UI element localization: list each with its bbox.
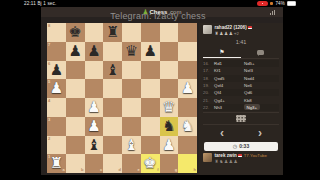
file-label-b: b: [81, 168, 83, 172]
black-rook-d8[interactable]: ♜: [103, 23, 122, 42]
square-g1[interactable]: g: [160, 154, 179, 173]
square-a2[interactable]: 2: [47, 136, 66, 155]
move-number: 18.: [203, 76, 214, 81]
move-nav-row: ‹ ›: [203, 125, 279, 140]
square-h4[interactable]: [178, 98, 197, 117]
square-d7[interactable]: [103, 42, 122, 61]
square-g6[interactable]: [160, 61, 179, 80]
top-player-row: rahad22 (1206) ♜ ♟ ♟ ♟+2: [203, 25, 279, 36]
square-e6[interactable]: [122, 61, 141, 80]
white-king-f1[interactable]: ♚: [141, 154, 160, 173]
square-h8[interactable]: [178, 23, 197, 42]
chess-app-window: ♟ Chess.com 8♚♜7♟♟♛♟6♟♝5♟♟4♟♛3♟♞♞2♝♝♟1a♜…: [41, 7, 283, 175]
white-pawn-h5[interactable]: ♟: [178, 79, 197, 98]
square-g8[interactable]: [160, 23, 179, 42]
status-time: 22:11 Bj 1 sec.: [24, 1, 56, 6]
square-a6[interactable]: 6♟: [47, 61, 66, 80]
square-f1[interactable]: f♚: [141, 154, 160, 173]
clock-icon: ◷: [233, 143, 237, 149]
white-bishop-e2[interactable]: ♝: [122, 136, 141, 155]
black-move[interactable]: Qd6: [244, 90, 274, 95]
tab-moves[interactable]: ⚑: [203, 47, 241, 58]
square-h5[interactable]: ♟: [178, 79, 197, 98]
black-bishop-c2[interactable]: ♝: [85, 136, 104, 155]
square-d3[interactable]: [103, 117, 122, 136]
black-queen-e7[interactable]: ♛: [122, 42, 141, 61]
chess-board[interactable]: 8♚♜7♟♟♛♟6♟♝5♟♟4♟♛3♟♞♞2♝♝♟1a♜bcdef♚gh: [47, 23, 197, 173]
square-f2[interactable]: [141, 136, 160, 155]
white-move[interactable]: Rd1: [214, 61, 244, 66]
rank-label-3: 3: [48, 118, 50, 122]
battery-icon: [287, 1, 296, 6]
move-number: 21.: [203, 98, 214, 103]
rank-label-2: 2: [48, 137, 50, 141]
square-c1[interactable]: c: [85, 154, 104, 173]
bottom-player-suffix: T7.YouTube: [244, 153, 267, 158]
white-move[interactable]: Qf4: [214, 90, 244, 95]
grid-keyboard-icon[interactable]: [236, 115, 246, 122]
square-a1[interactable]: 1a♜: [47, 154, 66, 173]
square-c7[interactable]: ♟: [85, 42, 104, 61]
white-pawn-c3[interactable]: ♟: [85, 117, 104, 136]
bottom-player-flag-icon: [238, 154, 242, 157]
file-label-d: d: [119, 168, 121, 172]
square-b5[interactable]: [66, 79, 85, 98]
next-move-button[interactable]: ›: [241, 127, 279, 139]
black-bishop-d6[interactable]: ♝: [103, 61, 122, 80]
move-number: 20.: [203, 90, 214, 95]
move-number: 19.: [203, 83, 214, 88]
bottom-player-clock: ◷ 0:33: [204, 142, 278, 151]
white-queen-g4[interactable]: ♛: [160, 98, 179, 117]
square-c6[interactable]: [85, 61, 104, 80]
square-a7[interactable]: 7: [47, 42, 66, 61]
chat-bubble-icon: [257, 50, 264, 55]
file-label-g: g: [175, 168, 177, 172]
square-f8[interactable]: [141, 23, 160, 42]
move-row[interactable]: 21.Qg4+Kb8: [203, 96, 279, 103]
top-player-clock: 1:41: [203, 36, 279, 47]
move-row[interactable]: 19.Qxf4Ne6: [203, 82, 279, 89]
bottom-player-name-row: tarek zwin T7.YouTube: [215, 153, 267, 158]
black-move[interactable]: Nxf3: [244, 68, 274, 73]
square-d1[interactable]: d: [103, 154, 122, 173]
move-row[interactable]: 22.Nh3Ng3+: [203, 104, 279, 111]
square-c4[interactable]: ♟: [85, 98, 104, 117]
black-move[interactable]: Nxd4: [244, 76, 274, 81]
square-b7[interactable]: ♟: [66, 42, 85, 61]
square-h1[interactable]: h: [178, 154, 197, 173]
square-c2[interactable]: ♝: [85, 136, 104, 155]
moves-flag-icon: ⚑: [219, 49, 224, 55]
square-h2[interactable]: [178, 136, 197, 155]
status-bar: 22:11 Bj 1 sec. 74%: [0, 0, 320, 7]
top-player-avatar: [203, 25, 212, 34]
file-label-e: e: [138, 168, 140, 172]
black-king-b8[interactable]: ♚: [66, 23, 85, 42]
black-move[interactable]: Ne6: [244, 83, 274, 88]
black-move[interactable]: Kb8: [244, 98, 274, 103]
move-row[interactable]: 18.Qxd5Nxd4: [203, 75, 279, 82]
hotspot-icon: [270, 2, 274, 6]
top-player-name: rahad22 (1206): [215, 25, 247, 30]
white-move[interactable]: Qxf4: [214, 83, 244, 88]
panel-tabs: ⚑: [203, 47, 279, 59]
square-e7[interactable]: ♛: [122, 42, 141, 61]
square-b8[interactable]: ♚: [66, 23, 85, 42]
white-pawn-a5[interactable]: ♟: [47, 79, 66, 98]
square-c5[interactable]: [85, 79, 104, 98]
square-h3[interactable]: ♞: [178, 117, 197, 136]
square-e4[interactable]: [122, 98, 141, 117]
square-d2[interactable]: [103, 136, 122, 155]
square-b1[interactable]: b: [66, 154, 85, 173]
move-row[interactable]: 16.Rd1Nd5+: [203, 60, 279, 67]
white-pawn-c4[interactable]: ♟: [85, 98, 104, 117]
right-panel: rahad22 (1206) ♜ ♟ ♟ ♟+2 1:41 ⚑ 16.Rd1Nd…: [199, 23, 283, 175]
square-a8[interactable]: 8: [47, 23, 66, 42]
square-d6[interactable]: ♝: [103, 61, 122, 80]
bottom-player-name: tarek zwin: [215, 153, 237, 158]
square-d8[interactable]: ♜: [103, 23, 122, 42]
watermark: Telegram: izacty chess: [58, 11, 258, 21]
square-b4[interactable]: [66, 98, 85, 117]
white-pawn-g2[interactable]: ♟: [160, 136, 179, 155]
status-icons: 74%: [257, 1, 296, 6]
square-g7[interactable]: [160, 42, 179, 61]
square-a3[interactable]: 3: [47, 117, 66, 136]
white-move[interactable]: Qxd5: [214, 76, 244, 81]
file-label-c: c: [100, 168, 102, 172]
move-number: 17.: [203, 68, 214, 73]
white-rook-a1[interactable]: ♜: [47, 154, 66, 173]
square-a4[interactable]: 4: [47, 98, 66, 117]
black-move[interactable]: Nd5+: [244, 61, 274, 66]
board-options-row: [203, 112, 279, 125]
selected-move[interactable]: Ng3+: [244, 104, 260, 110]
square-e3[interactable]: [122, 117, 141, 136]
bottom-player-row: tarek zwin T7.YouTube ♜ ♞ ♟ ♟ ♟: [203, 153, 279, 164]
recording-pill-icon: [257, 1, 268, 6]
square-f6[interactable]: [141, 61, 160, 80]
prev-move-button[interactable]: ‹: [203, 127, 241, 139]
rank-label-8: 8: [48, 24, 50, 28]
volume-bars-icon[interactable]: [270, 10, 275, 15]
white-move[interactable]: Qg4+: [214, 98, 244, 103]
square-f3[interactable]: [141, 117, 160, 136]
move-row[interactable]: 20.Qf4Qd6: [203, 89, 279, 96]
main-area: 8♚♜7♟♟♛♟6♟♝5♟♟4♟♛3♟♞♞2♝♝♟1a♜bcdef♚gh rah…: [41, 17, 283, 175]
battery-percent: 74%: [275, 1, 285, 6]
square-d4[interactable]: [103, 98, 122, 117]
rank-label-4: 4: [48, 99, 50, 103]
square-f4[interactable]: [141, 98, 160, 117]
square-e8[interactable]: [122, 23, 141, 42]
black-pawn-f7[interactable]: ♟: [141, 42, 160, 61]
square-d5[interactable]: [103, 79, 122, 98]
square-c3[interactable]: ♟: [85, 117, 104, 136]
square-a5[interactable]: 5♟: [47, 79, 66, 98]
square-g3[interactable]: ♞: [160, 117, 179, 136]
top-player-flag-icon: [248, 26, 252, 29]
rank-label-7: 7: [48, 43, 50, 47]
move-row[interactable]: 17.Kf1Nxf3: [203, 67, 279, 74]
square-h6[interactable]: [178, 61, 197, 80]
file-label-h: h: [194, 168, 196, 172]
square-g2[interactable]: ♟: [160, 136, 179, 155]
move-number: 16.: [203, 61, 214, 66]
square-b6[interactable]: [66, 61, 85, 80]
square-e5[interactable]: [122, 79, 141, 98]
white-move[interactable]: Kf1: [214, 68, 244, 73]
bottom-player-captured-pieces: ♜ ♞ ♟ ♟ ♟: [215, 159, 267, 164]
square-b3[interactable]: [66, 117, 85, 136]
black-move[interactable]: Ng3+: [244, 105, 274, 110]
square-g5[interactable]: [160, 79, 179, 98]
tab-chat[interactable]: [241, 47, 279, 58]
square-c8[interactable]: [85, 23, 104, 42]
square-e1[interactable]: e: [122, 154, 141, 173]
black-pawn-a6[interactable]: ♟: [47, 61, 66, 80]
move-number: 22.: [203, 105, 214, 110]
black-pawn-c7[interactable]: ♟: [85, 42, 104, 61]
bottom-player-avatar: [203, 153, 212, 162]
square-h7[interactable]: [178, 42, 197, 61]
white-move[interactable]: Nh3: [214, 105, 244, 110]
screen: 22:11 Bj 1 sec. 74% ♟ Chess.com 8♚♜7♟♟♛♟…: [0, 0, 320, 180]
square-e2[interactable]: ♝: [122, 136, 141, 155]
black-pawn-b7[interactable]: ♟: [66, 42, 85, 61]
square-g4[interactable]: ♛: [160, 98, 179, 117]
top-player-name-row: rahad22 (1206): [215, 25, 253, 30]
square-f5[interactable]: [141, 79, 160, 98]
square-f7[interactable]: ♟: [141, 42, 160, 61]
white-knight-h3[interactable]: ♞: [178, 117, 197, 136]
square-b2[interactable]: [66, 136, 85, 155]
black-knight-g3[interactable]: ♞: [160, 117, 179, 136]
move-list[interactable]: 16.Rd1Nd5+17.Kf1Nxf318.Qxd5Nxd419.Qxf4Ne…: [203, 59, 279, 112]
